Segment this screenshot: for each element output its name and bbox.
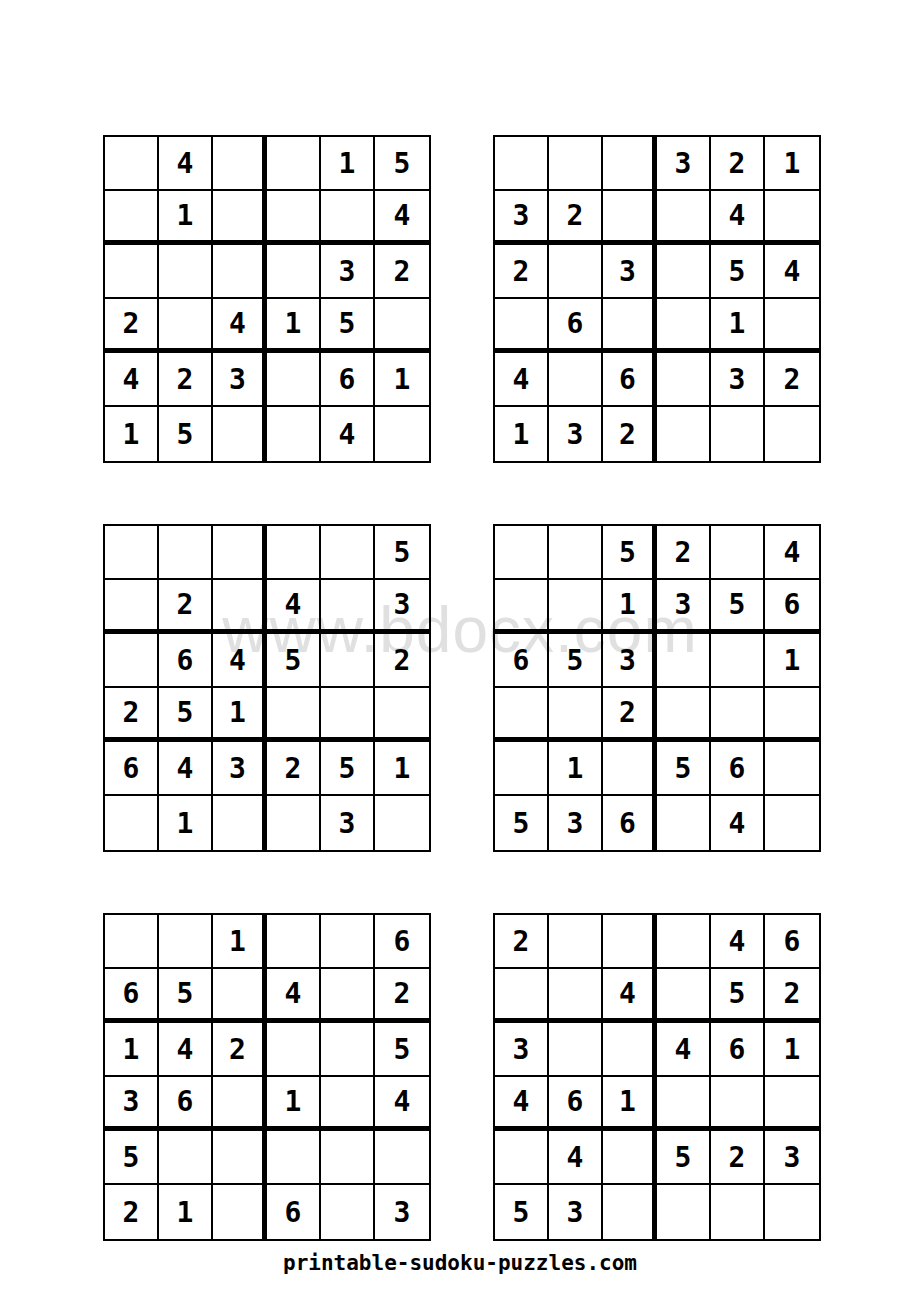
cell-r5c4 bbox=[657, 353, 711, 407]
cell-r2c1 bbox=[105, 580, 159, 634]
cell-r3c5 bbox=[321, 1023, 375, 1077]
cell-r5c3: 3 bbox=[213, 742, 267, 796]
sudoku-puzzle-5: 1665421425361452163 bbox=[103, 913, 431, 1241]
cell-r3c1: 6 bbox=[495, 634, 549, 688]
cell-r2c6: 2 bbox=[765, 969, 819, 1023]
cell-r5c6 bbox=[765, 742, 819, 796]
cell-r3c4: 4 bbox=[657, 1023, 711, 1077]
cell-r4c4 bbox=[657, 299, 711, 353]
cell-r3c3: 3 bbox=[603, 245, 657, 299]
cell-r6c4 bbox=[657, 796, 711, 850]
cell-r1c2 bbox=[159, 526, 213, 580]
cell-r2c5 bbox=[321, 191, 375, 245]
cell-r4c5: 1 bbox=[711, 299, 765, 353]
cell-r4c6: 4 bbox=[375, 1077, 429, 1131]
cell-r4c2 bbox=[549, 688, 603, 742]
cell-r1c2 bbox=[549, 137, 603, 191]
cell-r2c3 bbox=[213, 580, 267, 634]
cell-r4c3: 4 bbox=[213, 299, 267, 353]
cell-r2c1 bbox=[495, 969, 549, 1023]
cell-r4c3 bbox=[213, 1077, 267, 1131]
cell-r3c4 bbox=[657, 245, 711, 299]
cell-r5c6: 2 bbox=[765, 353, 819, 407]
cell-r1c6: 6 bbox=[375, 915, 429, 969]
cell-r5c3 bbox=[603, 1131, 657, 1185]
cell-r1c5 bbox=[321, 526, 375, 580]
cell-r5c2: 4 bbox=[549, 1131, 603, 1185]
cell-r4c5 bbox=[711, 1077, 765, 1131]
cell-r3c3: 2 bbox=[213, 1023, 267, 1077]
cell-r5c5: 5 bbox=[321, 742, 375, 796]
cell-r6c1: 1 bbox=[105, 407, 159, 461]
cell-r2c6: 2 bbox=[375, 969, 429, 1023]
cell-r3c4 bbox=[267, 245, 321, 299]
cell-r2c1: 3 bbox=[495, 191, 549, 245]
cell-r5c5: 3 bbox=[711, 353, 765, 407]
cell-r3c4: 5 bbox=[267, 634, 321, 688]
cell-r6c4 bbox=[267, 407, 321, 461]
cell-r1c1: 2 bbox=[495, 915, 549, 969]
cell-r1c1 bbox=[105, 526, 159, 580]
cell-r4c1: 2 bbox=[105, 299, 159, 353]
cell-r4c6 bbox=[375, 299, 429, 353]
cell-r6c6 bbox=[765, 1185, 819, 1239]
cell-r4c5 bbox=[321, 1077, 375, 1131]
cell-r2c4 bbox=[657, 191, 711, 245]
cell-r6c2: 3 bbox=[549, 1185, 603, 1239]
sudoku-puzzle-3: 5243645225164325113 bbox=[103, 524, 431, 852]
cell-r3c6: 2 bbox=[375, 634, 429, 688]
cell-r4c1: 4 bbox=[495, 1077, 549, 1131]
cell-r3c2 bbox=[549, 1023, 603, 1077]
cell-r6c1: 1 bbox=[495, 407, 549, 461]
cell-r3c6: 4 bbox=[765, 245, 819, 299]
cell-r4c2: 6 bbox=[549, 1077, 603, 1131]
cell-r2c2 bbox=[549, 580, 603, 634]
cell-r6c5: 3 bbox=[321, 796, 375, 850]
cell-r3c6: 1 bbox=[765, 634, 819, 688]
cell-r1c2: 4 bbox=[159, 137, 213, 191]
cell-r3c1: 3 bbox=[495, 1023, 549, 1077]
cell-r4c6 bbox=[375, 688, 429, 742]
cell-r3c4 bbox=[267, 1023, 321, 1077]
cell-r4c3 bbox=[603, 299, 657, 353]
cell-r6c1: 2 bbox=[105, 1185, 159, 1239]
cell-r1c2 bbox=[159, 915, 213, 969]
cell-r6c2: 1 bbox=[159, 1185, 213, 1239]
cell-r2c2 bbox=[549, 969, 603, 1023]
cell-r1c3 bbox=[213, 137, 267, 191]
cell-r3c2: 6 bbox=[159, 634, 213, 688]
cell-r4c4 bbox=[657, 1077, 711, 1131]
cell-r3c6: 1 bbox=[765, 1023, 819, 1077]
cell-r1c3 bbox=[603, 137, 657, 191]
sudoku-puzzle-1: 4151432241542361154 bbox=[103, 135, 431, 463]
cell-r1c6: 5 bbox=[375, 137, 429, 191]
cell-r6c3 bbox=[213, 407, 267, 461]
cell-r6c2: 1 bbox=[159, 796, 213, 850]
cell-r1c3: 1 bbox=[213, 915, 267, 969]
cell-r3c1: 2 bbox=[495, 245, 549, 299]
cell-r2c4: 4 bbox=[267, 580, 321, 634]
cell-r5c1 bbox=[495, 1131, 549, 1185]
cell-r2c1 bbox=[105, 191, 159, 245]
cell-r6c4 bbox=[657, 1185, 711, 1239]
cell-r6c2: 5 bbox=[159, 407, 213, 461]
cell-r2c3: 4 bbox=[603, 969, 657, 1023]
cell-r6c3 bbox=[603, 1185, 657, 1239]
cell-r5c2 bbox=[159, 1131, 213, 1185]
cell-r3c2 bbox=[549, 245, 603, 299]
sudoku-puzzle-4: 5241356653121565364 bbox=[493, 524, 821, 852]
cell-r3c6: 5 bbox=[375, 1023, 429, 1077]
cell-r3c4 bbox=[657, 634, 711, 688]
cell-r2c2: 5 bbox=[159, 969, 213, 1023]
cell-r2c6: 4 bbox=[375, 191, 429, 245]
cell-r1c4 bbox=[267, 915, 321, 969]
cell-r6c6 bbox=[765, 796, 819, 850]
cell-r1c1 bbox=[105, 915, 159, 969]
cell-r6c3: 2 bbox=[603, 407, 657, 461]
cell-r1c2 bbox=[549, 915, 603, 969]
cell-r6c6 bbox=[375, 407, 429, 461]
cell-r5c3 bbox=[213, 1131, 267, 1185]
cell-r3c3: 4 bbox=[213, 634, 267, 688]
cell-r1c1 bbox=[105, 137, 159, 191]
cell-r5c2: 2 bbox=[159, 353, 213, 407]
cell-r3c5: 6 bbox=[711, 1023, 765, 1077]
cell-r6c5 bbox=[711, 1185, 765, 1239]
cell-r6c5 bbox=[321, 1185, 375, 1239]
cell-r5c4: 5 bbox=[657, 742, 711, 796]
cell-r1c4: 2 bbox=[657, 526, 711, 580]
cell-r5c2: 1 bbox=[549, 742, 603, 796]
cell-r6c5: 4 bbox=[711, 796, 765, 850]
cell-r5c4: 2 bbox=[267, 742, 321, 796]
cell-r5c1: 4 bbox=[495, 353, 549, 407]
cell-r1c5: 2 bbox=[711, 137, 765, 191]
cell-r3c3 bbox=[213, 245, 267, 299]
cell-r2c3 bbox=[213, 969, 267, 1023]
cell-r5c3: 3 bbox=[213, 353, 267, 407]
cell-r2c6: 6 bbox=[765, 580, 819, 634]
cell-r1c6: 5 bbox=[375, 526, 429, 580]
cell-r1c5 bbox=[321, 915, 375, 969]
cell-r3c2: 4 bbox=[159, 1023, 213, 1077]
cell-r2c3 bbox=[213, 191, 267, 245]
cell-r3c2 bbox=[159, 245, 213, 299]
cell-r2c2: 2 bbox=[159, 580, 213, 634]
cell-r5c5: 6 bbox=[711, 742, 765, 796]
cell-r2c2: 2 bbox=[549, 191, 603, 245]
cell-r4c1: 2 bbox=[105, 688, 159, 742]
cell-r5c1: 6 bbox=[105, 742, 159, 796]
cell-r1c5: 4 bbox=[711, 915, 765, 969]
cell-r5c6: 3 bbox=[765, 1131, 819, 1185]
cell-r2c5: 5 bbox=[711, 580, 765, 634]
cell-r5c6: 1 bbox=[375, 353, 429, 407]
cell-r3c5: 3 bbox=[321, 245, 375, 299]
cell-r4c6 bbox=[765, 688, 819, 742]
cell-r4c5 bbox=[711, 688, 765, 742]
cell-r3c5 bbox=[321, 634, 375, 688]
cell-r2c5: 5 bbox=[711, 969, 765, 1023]
cell-r5c5: 2 bbox=[711, 1131, 765, 1185]
cell-r4c1 bbox=[495, 688, 549, 742]
cell-r4c4 bbox=[657, 688, 711, 742]
cell-r4c3: 1 bbox=[213, 688, 267, 742]
cell-r4c2: 6 bbox=[159, 1077, 213, 1131]
cell-r1c5 bbox=[711, 526, 765, 580]
cell-r5c3: 6 bbox=[603, 353, 657, 407]
cell-r4c4 bbox=[267, 688, 321, 742]
cell-r4c1: 3 bbox=[105, 1077, 159, 1131]
cell-r2c4: 4 bbox=[267, 969, 321, 1023]
cell-r1c6: 6 bbox=[765, 915, 819, 969]
cell-r5c4 bbox=[267, 353, 321, 407]
cell-r3c1 bbox=[105, 634, 159, 688]
cell-r6c1: 5 bbox=[495, 796, 549, 850]
cell-r2c1 bbox=[495, 580, 549, 634]
cell-r6c1: 5 bbox=[495, 1185, 549, 1239]
cell-r6c2: 3 bbox=[549, 407, 603, 461]
cell-r4c2: 6 bbox=[549, 299, 603, 353]
cell-r1c4 bbox=[267, 137, 321, 191]
cell-r4c6 bbox=[765, 1077, 819, 1131]
cell-r4c2 bbox=[159, 299, 213, 353]
sudoku-puzzle-2: 3213242354614632132 bbox=[493, 135, 821, 463]
cell-r6c5 bbox=[711, 407, 765, 461]
cell-r1c5: 1 bbox=[321, 137, 375, 191]
cell-r4c4: 1 bbox=[267, 1077, 321, 1131]
cell-r5c3 bbox=[603, 742, 657, 796]
cell-r1c3 bbox=[603, 915, 657, 969]
cell-r2c6 bbox=[765, 191, 819, 245]
cell-r5c1: 5 bbox=[105, 1131, 159, 1185]
cell-r5c1 bbox=[495, 742, 549, 796]
cell-r1c4: 3 bbox=[657, 137, 711, 191]
cell-r2c6: 3 bbox=[375, 580, 429, 634]
cell-r1c3: 5 bbox=[603, 526, 657, 580]
cell-r5c4: 5 bbox=[657, 1131, 711, 1185]
cell-r2c3: 1 bbox=[603, 580, 657, 634]
cell-r2c5 bbox=[321, 580, 375, 634]
cell-r5c6 bbox=[375, 1131, 429, 1185]
cell-r6c1 bbox=[105, 796, 159, 850]
cell-r3c1: 1 bbox=[105, 1023, 159, 1077]
cell-r2c1: 6 bbox=[105, 969, 159, 1023]
cell-r4c5: 5 bbox=[321, 299, 375, 353]
cell-r5c6: 1 bbox=[375, 742, 429, 796]
cell-r6c4: 6 bbox=[267, 1185, 321, 1239]
cell-r2c5: 4 bbox=[711, 191, 765, 245]
cell-r4c6 bbox=[765, 299, 819, 353]
cell-r1c1 bbox=[495, 526, 549, 580]
cell-r4c2: 5 bbox=[159, 688, 213, 742]
cell-r4c5 bbox=[321, 688, 375, 742]
cell-r6c4 bbox=[657, 407, 711, 461]
cell-r1c6: 4 bbox=[765, 526, 819, 580]
cell-r6c5: 4 bbox=[321, 407, 375, 461]
cell-r6c3: 6 bbox=[603, 796, 657, 850]
cell-r3c3: 3 bbox=[603, 634, 657, 688]
footer-site-label: printable-sudoku-puzzles.com bbox=[283, 1251, 637, 1275]
cell-r4c4: 1 bbox=[267, 299, 321, 353]
cell-r1c4 bbox=[657, 915, 711, 969]
cell-r6c6 bbox=[375, 796, 429, 850]
cell-r3c5 bbox=[711, 634, 765, 688]
cell-r1c3 bbox=[213, 526, 267, 580]
cell-r6c4 bbox=[267, 796, 321, 850]
cell-r5c4 bbox=[267, 1131, 321, 1185]
cell-r4c3: 2 bbox=[603, 688, 657, 742]
cell-r2c4: 3 bbox=[657, 580, 711, 634]
cell-r2c5 bbox=[321, 969, 375, 1023]
cell-r3c6: 2 bbox=[375, 245, 429, 299]
cell-r3c3 bbox=[603, 1023, 657, 1077]
cell-r6c2: 3 bbox=[549, 796, 603, 850]
sudoku-puzzle-6: 2464523461461452353 bbox=[493, 913, 821, 1241]
cell-r2c2: 1 bbox=[159, 191, 213, 245]
cell-r6c3 bbox=[213, 796, 267, 850]
cell-r5c2: 4 bbox=[159, 742, 213, 796]
cell-r3c1 bbox=[105, 245, 159, 299]
cell-r5c2 bbox=[549, 353, 603, 407]
cell-r3c5: 5 bbox=[711, 245, 765, 299]
cell-r4c1 bbox=[495, 299, 549, 353]
cell-r5c5 bbox=[321, 1131, 375, 1185]
cell-r6c3 bbox=[213, 1185, 267, 1239]
cell-r6c6: 3 bbox=[375, 1185, 429, 1239]
cell-r5c5: 6 bbox=[321, 353, 375, 407]
cell-r3c2: 5 bbox=[549, 634, 603, 688]
cell-r1c4 bbox=[267, 526, 321, 580]
cell-r2c4 bbox=[267, 191, 321, 245]
cell-r2c4 bbox=[657, 969, 711, 1023]
cell-r4c3: 1 bbox=[603, 1077, 657, 1131]
cell-r6c6 bbox=[765, 407, 819, 461]
cell-r1c2 bbox=[549, 526, 603, 580]
cell-r5c1: 4 bbox=[105, 353, 159, 407]
cell-r2c3 bbox=[603, 191, 657, 245]
cell-r1c6: 1 bbox=[765, 137, 819, 191]
cell-r1c1 bbox=[495, 137, 549, 191]
